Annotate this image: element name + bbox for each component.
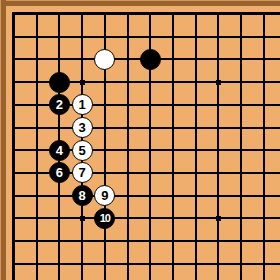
stone-move-6[interactable]: 6	[49, 162, 70, 183]
move-number-label: 3	[78, 121, 85, 134]
board-edge-top	[0, 0, 280, 6]
stone-move-5[interactable]: 5	[72, 140, 93, 161]
move-number-label: 4	[56, 144, 63, 157]
star-point	[80, 80, 85, 85]
grid-line-vertical	[263, 12, 265, 280]
go-board[interactable]: 12345678910	[0, 0, 280, 280]
move-number-label: 6	[56, 166, 63, 179]
grid-line-horizontal	[12, 240, 280, 242]
move-number-label: 7	[78, 166, 85, 179]
move-number-label: 2	[56, 98, 63, 111]
move-number-label: 10	[100, 213, 110, 224]
star-point	[80, 216, 85, 221]
stone-move-1[interactable]: 1	[72, 94, 93, 115]
stone-black[interactable]	[49, 72, 70, 93]
move-number-label: 9	[101, 189, 108, 202]
stone-move-8[interactable]: 8	[72, 185, 93, 206]
grid-line-horizontal	[12, 263, 280, 265]
board-edge-left	[0, 0, 6, 280]
stone-move-3[interactable]: 3	[72, 117, 93, 138]
stone-black[interactable]	[140, 49, 161, 70]
stone-move-9[interactable]: 9	[94, 185, 115, 206]
stone-move-7[interactable]: 7	[72, 162, 93, 183]
star-point	[216, 80, 221, 85]
stone-move-2[interactable]: 2	[49, 94, 70, 115]
stone-white[interactable]	[94, 49, 115, 70]
move-number-label: 8	[78, 189, 85, 202]
stone-move-10[interactable]: 10	[94, 208, 115, 229]
star-point	[216, 216, 221, 221]
move-number-label: 1	[78, 98, 85, 111]
move-number-label: 5	[78, 144, 85, 157]
stone-move-4[interactable]: 4	[49, 140, 70, 161]
